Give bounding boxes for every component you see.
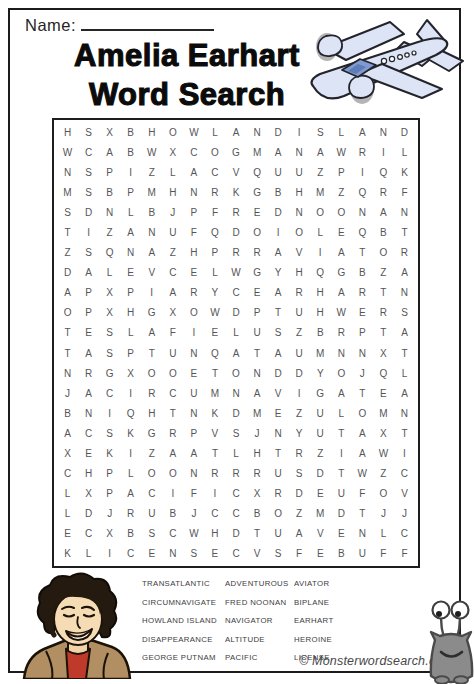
grid-cell-r19c4[interactable]: A xyxy=(120,484,141,504)
grid-cell-r10c9[interactable]: D xyxy=(225,303,246,323)
grid-cell-r14c10[interactable]: A xyxy=(247,383,268,403)
grid-cell-r7c6[interactable]: Z xyxy=(162,243,183,263)
grid-cell-r15c4[interactable]: Q xyxy=(120,403,141,423)
grid-cell-r3c14[interactable]: P xyxy=(331,162,352,182)
grid-cell-r15c6[interactable]: T xyxy=(162,403,183,423)
grid-cell-r17c11[interactable]: T xyxy=(268,443,289,463)
grid-cell-r2c14[interactable]: W xyxy=(331,142,352,162)
grid-cell-r12c4[interactable]: P xyxy=(120,343,141,363)
grid-cell-r18c15[interactable]: W xyxy=(352,464,373,484)
grid-cell-r22c17[interactable]: F xyxy=(394,544,415,564)
grid-cell-r15c11[interactable]: E xyxy=(268,403,289,423)
grid-cell-r6c16[interactable]: B xyxy=(373,222,394,242)
grid-cell-r11c17[interactable]: A xyxy=(394,323,415,343)
grid-cell-r11c12[interactable]: Z xyxy=(289,323,310,343)
grid-cell-r13c4[interactable]: X xyxy=(120,363,141,383)
grid-cell-r22c12[interactable]: F xyxy=(289,544,310,564)
grid-cell-r13c13[interactable]: Y xyxy=(310,363,331,383)
grid-cell-r15c12[interactable]: Z xyxy=(289,403,310,423)
grid-cell-r18c8[interactable]: R xyxy=(204,464,225,484)
grid-cell-r21c2[interactable]: C xyxy=(78,524,99,544)
grid-cell-r2c4[interactable]: B xyxy=(120,142,141,162)
grid-cell-r14c16[interactable]: E xyxy=(373,383,394,403)
grid-cell-r19c16[interactable]: O xyxy=(373,484,394,504)
grid-cell-r3c8[interactable]: C xyxy=(204,162,225,182)
grid-cell-r8c8[interactable]: L xyxy=(204,263,225,283)
grid-cell-r13c11[interactable]: D xyxy=(268,363,289,383)
grid-cell-r9c14[interactable]: A xyxy=(331,283,352,303)
grid-cell-r8c16[interactable]: Z xyxy=(373,263,394,283)
grid-cell-r21c3[interactable]: X xyxy=(99,524,120,544)
grid-cell-r4c10[interactable]: G xyxy=(247,182,268,202)
grid-cell-r19c8[interactable]: I xyxy=(204,484,225,504)
grid-cell-r14c2[interactable]: A xyxy=(78,383,99,403)
grid-cell-r4c15[interactable]: Q xyxy=(352,182,373,202)
grid-cell-r2c17[interactable]: L xyxy=(394,142,415,162)
grid-cell-r3c16[interactable]: Q xyxy=(373,162,394,182)
grid-cell-r22c14[interactable]: B xyxy=(331,544,352,564)
grid-cell-r11c16[interactable]: T xyxy=(373,323,394,343)
grid-cell-r5c16[interactable]: A xyxy=(373,202,394,222)
letter-grid[interactable]: HSXBHOWLANDISLANDWCABWXCOGMANAWRILNSPIZL… xyxy=(52,118,420,568)
grid-cell-r12c5[interactable]: T xyxy=(141,343,162,363)
grid-cell-r20c1[interactable]: L xyxy=(57,504,78,524)
grid-cell-r2c5[interactable]: W xyxy=(141,142,162,162)
grid-cell-r3c12[interactable]: U xyxy=(289,162,310,182)
grid-cell-r7c14[interactable]: A xyxy=(331,243,352,263)
grid-cell-r21c8[interactable]: H xyxy=(204,524,225,544)
grid-cell-r18c3[interactable]: P xyxy=(99,464,120,484)
grid-cell-r18c12[interactable]: S xyxy=(289,464,310,484)
grid-cell-r19c3[interactable]: P xyxy=(99,484,120,504)
grid-cell-r20c17[interactable]: J xyxy=(394,504,415,524)
grid-cell-r12c10[interactable]: T xyxy=(247,343,268,363)
grid-cell-r10c7[interactable]: O xyxy=(183,303,204,323)
grid-cell-r17c15[interactable]: A xyxy=(352,443,373,463)
grid-cell-r17c3[interactable]: K xyxy=(99,443,120,463)
grid-cell-r10c2[interactable]: P xyxy=(78,303,99,323)
grid-cell-r20c15[interactable]: T xyxy=(352,504,373,524)
grid-cell-r10c5[interactable]: G xyxy=(141,303,162,323)
grid-cell-r19c2[interactable]: X xyxy=(78,484,99,504)
grid-cell-r6c12[interactable]: O xyxy=(289,222,310,242)
grid-cell-r12c14[interactable]: N xyxy=(331,343,352,363)
grid-cell-r9c7[interactable]: R xyxy=(183,283,204,303)
grid-cell-r10c4[interactable]: H xyxy=(120,303,141,323)
grid-cell-r7c7[interactable]: H xyxy=(183,243,204,263)
grid-cell-r14c7[interactable]: U xyxy=(183,383,204,403)
grid-cell-r19c7[interactable]: F xyxy=(183,484,204,504)
grid-cell-r6c8[interactable]: Q xyxy=(204,222,225,242)
grid-cell-r4c8[interactable]: R xyxy=(204,182,225,202)
grid-cell-r6c6[interactable]: U xyxy=(162,222,183,242)
grid-cell-r20c6[interactable]: B xyxy=(162,504,183,524)
grid-cell-r20c4[interactable]: R xyxy=(120,504,141,524)
grid-cell-r21c10[interactable]: T xyxy=(247,524,268,544)
grid-cell-r7c4[interactable]: N xyxy=(120,243,141,263)
grid-cell-r5c13[interactable]: O xyxy=(310,202,331,222)
grid-cell-r12c6[interactable]: U xyxy=(162,343,183,363)
grid-cell-r19c13[interactable]: E xyxy=(310,484,331,504)
grid-cell-r5c6[interactable]: J xyxy=(162,202,183,222)
grid-cell-r13c15[interactable]: J xyxy=(352,363,373,383)
grid-cell-r11c5[interactable]: A xyxy=(141,323,162,343)
grid-cell-r1c4[interactable]: B xyxy=(120,122,141,142)
grid-cell-r15c17[interactable]: N xyxy=(394,403,415,423)
grid-cell-r21c11[interactable]: U xyxy=(268,524,289,544)
grid-cell-r17c7[interactable]: A xyxy=(183,443,204,463)
grid-cell-r4c3[interactable]: B xyxy=(99,182,120,202)
grid-cell-r2c9[interactable]: G xyxy=(225,142,246,162)
grid-cell-r4c6[interactable]: H xyxy=(162,182,183,202)
grid-cell-r20c13[interactable]: M xyxy=(310,504,331,524)
grid-cell-r11c4[interactable]: L xyxy=(120,323,141,343)
grid-cell-r13c10[interactable]: N xyxy=(247,363,268,383)
grid-cell-r12c9[interactable]: A xyxy=(225,343,246,363)
grid-cell-r13c5[interactable]: O xyxy=(141,363,162,383)
grid-cell-r16c16[interactable]: X xyxy=(373,423,394,443)
grid-cell-r9c3[interactable]: X xyxy=(99,283,120,303)
grid-cell-r19c6[interactable]: I xyxy=(162,484,183,504)
grid-cell-r17c1[interactable]: X xyxy=(57,443,78,463)
grid-cell-r13c6[interactable]: O xyxy=(162,363,183,383)
grid-cell-r7c16[interactable]: O xyxy=(373,243,394,263)
grid-cell-r19c10[interactable]: X xyxy=(247,484,268,504)
grid-cell-r2c12[interactable]: N xyxy=(289,142,310,162)
grid-cell-r11c15[interactable]: P xyxy=(352,323,373,343)
grid-cell-r15c2[interactable]: N xyxy=(78,403,99,423)
grid-cell-r16c2[interactable]: C xyxy=(78,423,99,443)
grid-cell-r8c10[interactable]: G xyxy=(247,263,268,283)
grid-cell-r13c14[interactable]: O xyxy=(331,363,352,383)
grid-cell-r22c1[interactable]: K xyxy=(57,544,78,564)
grid-cell-r11c1[interactable]: T xyxy=(57,323,78,343)
grid-cell-r4c16[interactable]: R xyxy=(373,182,394,202)
grid-cell-r7c11[interactable]: A xyxy=(268,243,289,263)
grid-cell-r15c10[interactable]: M xyxy=(247,403,268,423)
grid-cell-r5c15[interactable]: N xyxy=(352,202,373,222)
grid-cell-r10c13[interactable]: H xyxy=(310,303,331,323)
grid-cell-r16c6[interactable]: R xyxy=(162,423,183,443)
grid-cell-r2c3[interactable]: A xyxy=(99,142,120,162)
grid-cell-r7c8[interactable]: P xyxy=(204,243,225,263)
grid-cell-r3c10[interactable]: Q xyxy=(247,162,268,182)
grid-cell-r14c17[interactable]: A xyxy=(394,383,415,403)
grid-cell-r6c15[interactable]: Q xyxy=(352,222,373,242)
grid-cell-r4c11[interactable]: B xyxy=(268,182,289,202)
grid-cell-r1c14[interactable]: L xyxy=(331,122,352,142)
grid-cell-r17c12[interactable]: R xyxy=(289,443,310,463)
grid-cell-r8c14[interactable]: G xyxy=(331,263,352,283)
grid-cell-r17c4[interactable]: I xyxy=(120,443,141,463)
grid-cell-r16c9[interactable]: S xyxy=(225,423,246,443)
grid-cell-r22c15[interactable]: U xyxy=(352,544,373,564)
grid-cell-r22c4[interactable]: C xyxy=(120,544,141,564)
grid-cell-r7c1[interactable]: Z xyxy=(57,243,78,263)
grid-cell-r9c2[interactable]: P xyxy=(78,283,99,303)
grid-cell-r9c5[interactable]: I xyxy=(141,283,162,303)
grid-cell-r18c9[interactable]: R xyxy=(225,464,246,484)
grid-cell-r1c1[interactable]: H xyxy=(57,122,78,142)
grid-cell-r7c5[interactable]: A xyxy=(141,243,162,263)
grid-cell-r12c15[interactable]: N xyxy=(352,343,373,363)
grid-cell-r11c13[interactable]: B xyxy=(310,323,331,343)
grid-cell-r6c7[interactable]: F xyxy=(183,222,204,242)
grid-cell-r21c5[interactable]: S xyxy=(141,524,162,544)
grid-cell-r14c14[interactable]: A xyxy=(331,383,352,403)
grid-cell-r14c11[interactable]: V xyxy=(268,383,289,403)
grid-cell-r14c5[interactable]: R xyxy=(141,383,162,403)
grid-cell-r19c9[interactable]: C xyxy=(225,484,246,504)
grid-cell-r16c14[interactable]: T xyxy=(331,423,352,443)
grid-cell-r15c7[interactable]: N xyxy=(183,403,204,423)
grid-cell-r11c8[interactable]: E xyxy=(204,323,225,343)
grid-cell-r6c5[interactable]: N xyxy=(141,222,162,242)
grid-cell-r3c11[interactable]: U xyxy=(268,162,289,182)
grid-cell-r3c15[interactable]: I xyxy=(352,162,373,182)
grid-cell-r22c10[interactable]: V xyxy=(247,544,268,564)
grid-cell-r21c17[interactable]: C xyxy=(394,524,415,544)
grid-cell-r12c13[interactable]: M xyxy=(310,343,331,363)
grid-cell-r1c2[interactable]: S xyxy=(78,122,99,142)
grid-cell-r4c13[interactable]: M xyxy=(310,182,331,202)
grid-cell-r4c5[interactable]: M xyxy=(141,182,162,202)
grid-cell-r5c8[interactable]: F xyxy=(204,202,225,222)
grid-cell-r7c15[interactable]: T xyxy=(352,243,373,263)
grid-cell-r18c11[interactable]: U xyxy=(268,464,289,484)
grid-cell-r18c17[interactable]: C xyxy=(394,464,415,484)
grid-cell-r6c9[interactable]: D xyxy=(225,222,246,242)
grid-cell-r21c15[interactable]: N xyxy=(352,524,373,544)
grid-cell-r10c10[interactable]: P xyxy=(247,303,268,323)
grid-cell-r13c17[interactable]: L xyxy=(394,363,415,383)
grid-cell-r5c9[interactable]: R xyxy=(225,202,246,222)
grid-cell-r5c17[interactable]: N xyxy=(394,202,415,222)
grid-cell-r3c2[interactable]: S xyxy=(78,162,99,182)
grid-cell-r20c3[interactable]: J xyxy=(99,504,120,524)
grid-cell-r5c11[interactable]: D xyxy=(268,202,289,222)
grid-cell-r21c7[interactable]: W xyxy=(183,524,204,544)
grid-cell-r21c12[interactable]: A xyxy=(289,524,310,544)
grid-cell-r6c17[interactable]: T xyxy=(394,222,415,242)
grid-cell-r9c1[interactable]: A xyxy=(57,283,78,303)
grid-cell-r7c2[interactable]: S xyxy=(78,243,99,263)
grid-cell-r22c13[interactable]: E xyxy=(310,544,331,564)
grid-cell-r4c9[interactable]: K xyxy=(225,182,246,202)
grid-cell-r13c3[interactable]: G xyxy=(99,363,120,383)
grid-cell-r2c7[interactable]: C xyxy=(183,142,204,162)
grid-cell-r8c13[interactable]: Q xyxy=(310,263,331,283)
grid-cell-r14c1[interactable]: J xyxy=(57,383,78,403)
grid-cell-r16c13[interactable]: U xyxy=(310,423,331,443)
grid-cell-r17c14[interactable]: I xyxy=(331,443,352,463)
grid-cell-r16c11[interactable]: N xyxy=(268,423,289,443)
grid-cell-r12c3[interactable]: S xyxy=(99,343,120,363)
grid-cell-r17c6[interactable]: A xyxy=(162,443,183,463)
grid-cell-r17c16[interactable]: W xyxy=(373,443,394,463)
grid-cell-r11c7[interactable]: I xyxy=(183,323,204,343)
grid-cell-r19c15[interactable]: F xyxy=(352,484,373,504)
grid-cell-r10c17[interactable]: S xyxy=(394,303,415,323)
grid-cell-r2c10[interactable]: M xyxy=(247,142,268,162)
grid-cell-r20c16[interactable]: J xyxy=(373,504,394,524)
grid-cell-r7c12[interactable]: V xyxy=(289,243,310,263)
grid-cell-r12c16[interactable]: X xyxy=(373,343,394,363)
grid-cell-r16c17[interactable]: T xyxy=(394,423,415,443)
grid-cell-r8c3[interactable]: L xyxy=(99,263,120,283)
grid-cell-r8c15[interactable]: B xyxy=(352,263,373,283)
grid-cell-r12c2[interactable]: A xyxy=(78,343,99,363)
grid-cell-r18c7[interactable]: N xyxy=(183,464,204,484)
grid-cell-r15c1[interactable]: B xyxy=(57,403,78,423)
grid-cell-r16c1[interactable]: A xyxy=(57,423,78,443)
grid-cell-r9c13[interactable]: H xyxy=(310,283,331,303)
grid-cell-r16c4[interactable]: K xyxy=(120,423,141,443)
grid-cell-r12c8[interactable]: Q xyxy=(204,343,225,363)
grid-cell-r3c4[interactable]: I xyxy=(120,162,141,182)
grid-cell-r22c7[interactable]: S xyxy=(183,544,204,564)
grid-cell-r20c7[interactable]: J xyxy=(183,504,204,524)
grid-cell-r11c14[interactable]: R xyxy=(331,323,352,343)
grid-cell-r10c15[interactable]: E xyxy=(352,303,373,323)
grid-cell-r18c14[interactable]: T xyxy=(331,464,352,484)
grid-cell-r10c14[interactable]: W xyxy=(331,303,352,323)
grid-cell-r8c7[interactable]: E xyxy=(183,263,204,283)
grid-cell-r1c3[interactable]: X xyxy=(99,122,120,142)
grid-cell-r5c4[interactable]: L xyxy=(120,202,141,222)
grid-cell-r11c6[interactable]: F xyxy=(162,323,183,343)
grid-cell-r9c11[interactable]: A xyxy=(268,283,289,303)
grid-cell-r5c5[interactable]: B xyxy=(141,202,162,222)
grid-cell-r9c16[interactable]: T xyxy=(373,283,394,303)
grid-cell-r20c14[interactable]: D xyxy=(331,504,352,524)
grid-cell-r19c11[interactable]: R xyxy=(268,484,289,504)
grid-cell-r20c11[interactable]: O xyxy=(268,504,289,524)
grid-cell-r16c7[interactable]: P xyxy=(183,423,204,443)
grid-cell-r22c2[interactable]: L xyxy=(78,544,99,564)
grid-cell-r10c1[interactable]: O xyxy=(57,303,78,323)
grid-cell-r10c11[interactable]: T xyxy=(268,303,289,323)
grid-cell-r18c10[interactable]: R xyxy=(247,464,268,484)
grid-cell-r8c9[interactable]: W xyxy=(225,263,246,283)
grid-cell-r18c16[interactable]: Z xyxy=(373,464,394,484)
grid-cell-r15c16[interactable]: M xyxy=(373,403,394,423)
grid-cell-r13c7[interactable]: E xyxy=(183,363,204,383)
grid-cell-r15c13[interactable]: U xyxy=(310,403,331,423)
grid-cell-r3c13[interactable]: Z xyxy=(310,162,331,182)
grid-cell-r20c2[interactable]: D xyxy=(78,504,99,524)
grid-cell-r10c3[interactable]: X xyxy=(99,303,120,323)
grid-cell-r4c12[interactable]: H xyxy=(289,182,310,202)
grid-cell-r21c1[interactable]: E xyxy=(57,524,78,544)
grid-cell-r21c13[interactable]: V xyxy=(310,524,331,544)
grid-cell-r12c17[interactable]: T xyxy=(394,343,415,363)
grid-cell-r9c6[interactable]: A xyxy=(162,283,183,303)
grid-cell-r11c10[interactable]: U xyxy=(247,323,268,343)
grid-cell-r7c10[interactable]: R xyxy=(247,243,268,263)
grid-cell-r9c17[interactable]: N xyxy=(394,283,415,303)
grid-cell-r2c16[interactable]: I xyxy=(373,142,394,162)
grid-cell-r10c8[interactable]: W xyxy=(204,303,225,323)
grid-cell-r2c1[interactable]: W xyxy=(57,142,78,162)
grid-cell-r17c13[interactable]: Z xyxy=(310,443,331,463)
grid-cell-r10c16[interactable]: R xyxy=(373,303,394,323)
grid-cell-r8c11[interactable]: Y xyxy=(268,263,289,283)
grid-cell-r14c9[interactable]: N xyxy=(225,383,246,403)
grid-cell-r10c12[interactable]: U xyxy=(289,303,310,323)
grid-cell-r2c13[interactable]: A xyxy=(310,142,331,162)
grid-cell-r21c16[interactable]: L xyxy=(373,524,394,544)
grid-cell-r8c17[interactable]: A xyxy=(394,263,415,283)
grid-cell-r6c1[interactable]: T xyxy=(57,222,78,242)
grid-cell-r6c2[interactable]: I xyxy=(78,222,99,242)
grid-cell-r11c11[interactable]: S xyxy=(268,323,289,343)
grid-cell-r3c9[interactable]: V xyxy=(225,162,246,182)
grid-cell-r1c9[interactable]: A xyxy=(225,122,246,142)
grid-cell-r1c10[interactable]: N xyxy=(247,122,268,142)
grid-cell-r16c10[interactable]: J xyxy=(247,423,268,443)
grid-cell-r13c16[interactable]: Q xyxy=(373,363,394,383)
grid-cell-r3c5[interactable]: Z xyxy=(141,162,162,182)
grid-cell-r20c8[interactable]: C xyxy=(204,504,225,524)
grid-cell-r18c1[interactable]: C xyxy=(57,464,78,484)
grid-cell-r1c6[interactable]: O xyxy=(162,122,183,142)
grid-cell-r19c1[interactable]: L xyxy=(57,484,78,504)
grid-cell-r1c11[interactable]: D xyxy=(268,122,289,142)
grid-cell-r6c4[interactable]: A xyxy=(120,222,141,242)
grid-cell-r4c1[interactable]: M xyxy=(57,182,78,202)
grid-cell-r16c8[interactable]: V xyxy=(204,423,225,443)
grid-cell-r6c11[interactable]: I xyxy=(268,222,289,242)
grid-cell-r11c9[interactable]: L xyxy=(225,323,246,343)
grid-cell-r14c6[interactable]: C xyxy=(162,383,183,403)
grid-cell-r22c8[interactable]: E xyxy=(204,544,225,564)
grid-cell-r5c14[interactable]: O xyxy=(331,202,352,222)
grid-cell-r19c14[interactable]: U xyxy=(331,484,352,504)
grid-cell-r15c9[interactable]: D xyxy=(225,403,246,423)
grid-cell-r11c3[interactable]: S xyxy=(99,323,120,343)
grid-cell-r5c12[interactable]: N xyxy=(289,202,310,222)
grid-cell-r19c12[interactable]: D xyxy=(289,484,310,504)
grid-cell-r13c9[interactable]: O xyxy=(225,363,246,383)
grid-cell-r12c11[interactable]: A xyxy=(268,343,289,363)
grid-cell-r8c2[interactable]: A xyxy=(78,263,99,283)
grid-cell-r3c3[interactable]: P xyxy=(99,162,120,182)
grid-cell-r18c4[interactable]: L xyxy=(120,464,141,484)
grid-cell-r17c2[interactable]: E xyxy=(78,443,99,463)
grid-cell-r13c1[interactable]: N xyxy=(57,363,78,383)
grid-cell-r1c5[interactable]: H xyxy=(141,122,162,142)
grid-cell-r22c11[interactable]: S xyxy=(268,544,289,564)
grid-cell-r4c7[interactable]: N xyxy=(183,182,204,202)
grid-cell-r3c1[interactable]: N xyxy=(57,162,78,182)
grid-cell-r20c5[interactable]: U xyxy=(141,504,162,524)
grid-cell-r12c1[interactable]: T xyxy=(57,343,78,363)
grid-cell-r9c10[interactable]: E xyxy=(247,283,268,303)
grid-cell-r4c17[interactable]: F xyxy=(394,182,415,202)
grid-cell-r7c3[interactable]: Q xyxy=(99,243,120,263)
grid-cell-r19c17[interactable]: V xyxy=(394,484,415,504)
grid-cell-r20c12[interactable]: Z xyxy=(289,504,310,524)
grid-cell-r2c2[interactable]: C xyxy=(78,142,99,162)
grid-cell-r21c4[interactable]: B xyxy=(120,524,141,544)
grid-cell-r15c8[interactable]: K xyxy=(204,403,225,423)
name-write-line[interactable] xyxy=(81,15,214,31)
grid-cell-r6c3[interactable]: Z xyxy=(99,222,120,242)
grid-cell-r5c2[interactable]: D xyxy=(78,202,99,222)
grid-cell-r2c15[interactable]: R xyxy=(352,142,373,162)
grid-cell-r1c8[interactable]: L xyxy=(204,122,225,142)
